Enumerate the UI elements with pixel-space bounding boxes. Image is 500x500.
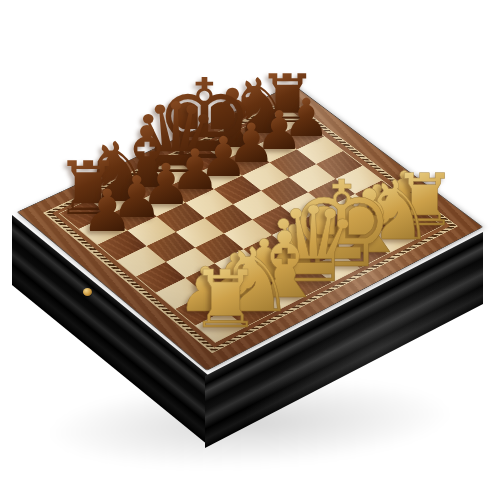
chess-set-product-photo: ♜♞♝♛♚♝♞♜♟♟♟♟♟♟♟♟♟♟♟♟♟♟♟♟♜♞♝♛♚♝♞♜ [0, 0, 500, 500]
brass-pin [83, 288, 92, 296]
